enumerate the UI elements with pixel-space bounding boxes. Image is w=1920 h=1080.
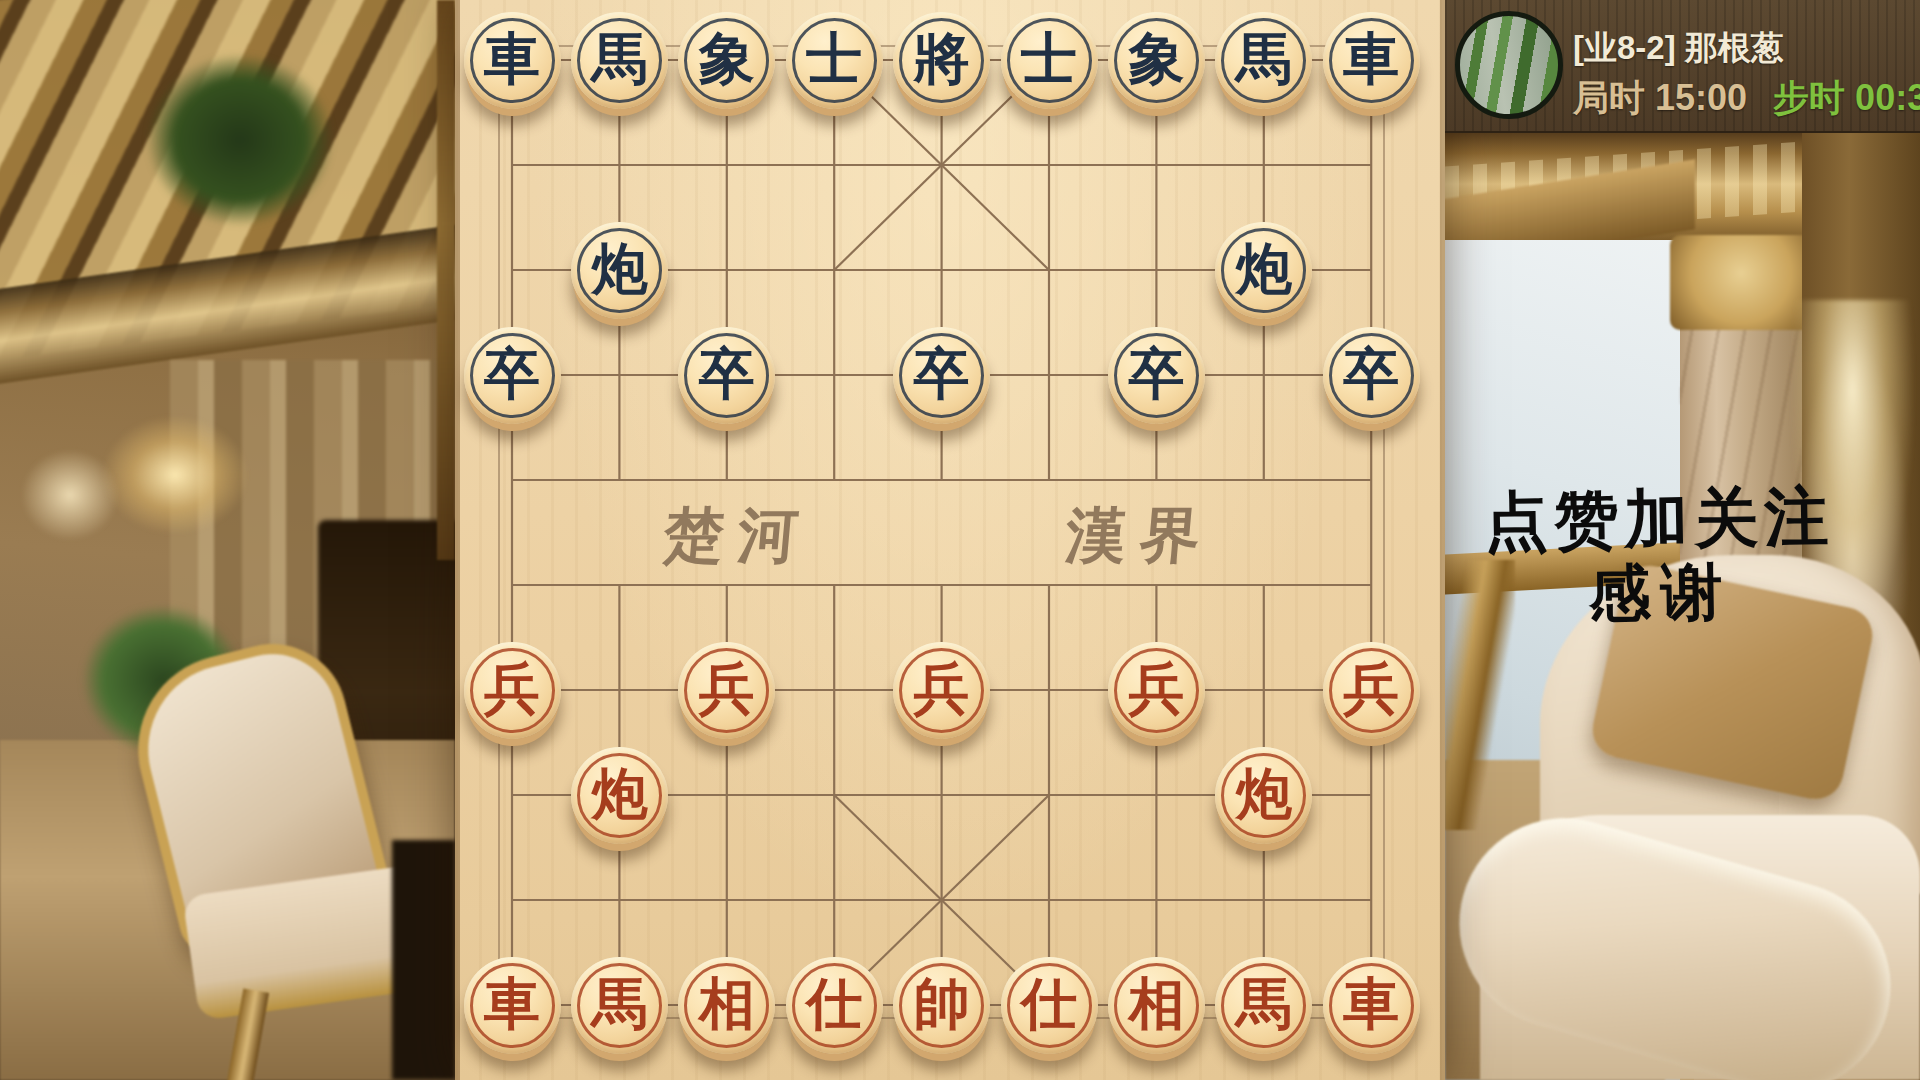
piece-character: 象 [678,12,775,109]
piece-character: 馬 [1215,957,1312,1054]
red-piece-n[interactable]: 馬 [571,957,668,1054]
piece-character: 將 [893,12,990,109]
red-piece-p[interactable]: 兵 [1108,642,1205,739]
piece-character: 卒 [893,327,990,424]
black-piece-r[interactable]: 車 [464,12,561,109]
piece-character: 炮 [1215,222,1312,319]
gilded-frame-edge [437,0,455,560]
black-piece-p[interactable]: 卒 [1108,327,1205,424]
piece-character: 相 [1108,957,1205,1054]
piece-character: 炮 [1215,747,1312,844]
red-piece-r[interactable]: 車 [464,957,561,1054]
piece-character: 車 [464,957,561,1054]
piece-character: 兵 [1323,642,1420,739]
player-timers: 局时 15:00 步时 00:30 [1573,74,1918,123]
background-left-interior [0,0,455,1080]
piece-character: 卒 [1323,327,1420,424]
game-time: 局时 15:00 [1573,74,1747,123]
red-piece-c[interactable]: 炮 [571,747,668,844]
piece-character: 炮 [571,747,668,844]
piece-character: 馬 [1215,12,1312,109]
black-piece-n[interactable]: 馬 [1215,12,1312,109]
black-piece-p[interactable]: 卒 [1323,327,1420,424]
player-panel: [业8-2] 那根葱 局时 15:00 步时 00:30 [1445,0,1920,133]
piece-character: 車 [464,12,561,109]
red-piece-a[interactable]: 仕 [786,957,883,1054]
piece-character: 仕 [786,957,883,1054]
piece-character: 馬 [571,957,668,1054]
ceiling-plant [110,20,370,260]
black-piece-p[interactable]: 卒 [464,327,561,424]
red-piece-b[interactable]: 相 [678,957,775,1054]
black-piece-p[interactable]: 卒 [678,327,775,424]
black-piece-c[interactable]: 炮 [1215,222,1312,319]
piece-character: 車 [1323,957,1420,1054]
black-piece-a[interactable]: 士 [786,12,883,109]
black-piece-c[interactable]: 炮 [571,222,668,319]
red-piece-r[interactable]: 車 [1323,957,1420,1054]
red-piece-k[interactable]: 帥 [893,957,990,1054]
piece-character: 象 [1108,12,1205,109]
black-piece-b[interactable]: 象 [1108,12,1205,109]
player-avatar[interactable] [1455,11,1563,119]
black-piece-b[interactable]: 象 [678,12,775,109]
chandelier-glow-2 [0,430,140,560]
red-piece-b[interactable]: 相 [1108,957,1205,1054]
player-name: [业8-2] 那根葱 [1573,26,1913,71]
piece-character: 卒 [464,327,561,424]
move-time: 步时 00:30 [1773,74,1920,123]
black-piece-p[interactable]: 卒 [893,327,990,424]
red-piece-c[interactable]: 炮 [1215,747,1312,844]
red-piece-p[interactable]: 兵 [893,642,990,739]
piece-character: 士 [1001,12,1098,109]
piece-character: 相 [678,957,775,1054]
black-piece-n[interactable]: 馬 [571,12,668,109]
piece-character: 仕 [1001,957,1098,1054]
xiangqi-board[interactable]: 楚河 漢界 車馬象士將士象馬車炮炮卒卒卒卒卒兵兵兵兵兵炮炮車馬相仕帥仕相馬車 [455,0,1445,1080]
game-screen: 楚河 漢界 車馬象士將士象馬車炮炮卒卒卒卒卒兵兵兵兵兵炮炮車馬相仕帥仕相馬車 [… [0,0,1920,1080]
black-piece-r[interactable]: 車 [1323,12,1420,109]
caption-line1: 点赞加关注 [1454,478,1865,559]
red-piece-n[interactable]: 馬 [1215,957,1312,1054]
piece-character: 兵 [678,642,775,739]
piece-character: 士 [786,12,883,109]
piece-character: 車 [1323,12,1420,109]
red-piece-p[interactable]: 兵 [1323,642,1420,739]
piece-character: 兵 [464,642,561,739]
piece-character: 馬 [571,12,668,109]
red-piece-a[interactable]: 仕 [1001,957,1098,1054]
red-piece-p[interactable]: 兵 [678,642,775,739]
stream-caption: 点赞加关注 感谢 [1454,478,1867,633]
piece-character: 兵 [1108,642,1205,739]
piece-character: 帥 [893,957,990,1054]
piece-character: 炮 [571,222,668,319]
red-piece-p[interactable]: 兵 [464,642,561,739]
piece-character: 卒 [1108,327,1205,424]
board-pieces: 車馬象士將士象馬車炮炮卒卒卒卒卒兵兵兵兵兵炮炮車馬相仕帥仕相馬車 [455,0,1445,1080]
piece-character: 卒 [678,327,775,424]
piece-character: 兵 [893,642,990,739]
dark-object [392,840,455,1080]
caption-line2: 感谢 [1455,552,1866,634]
black-piece-a[interactable]: 士 [1001,12,1098,109]
black-piece-k[interactable]: 將 [893,12,990,109]
